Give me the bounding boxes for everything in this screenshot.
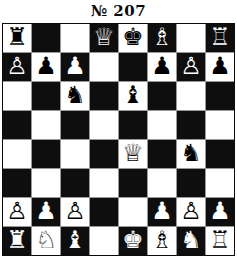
square-f2[interactable]: ♟ xyxy=(148,198,176,226)
square-h8[interactable]: ♖ xyxy=(206,24,234,52)
square-g8[interactable] xyxy=(177,24,205,52)
square-e1[interactable]: ♚ xyxy=(119,227,147,255)
square-f6[interactable] xyxy=(148,82,176,110)
square-c1[interactable]: ♝ xyxy=(61,227,89,255)
square-g7[interactable]: ♙ xyxy=(177,53,205,81)
black-rook-icon: ♜ xyxy=(6,25,28,49)
square-d7[interactable] xyxy=(90,53,118,81)
white-knight-icon: ♘ xyxy=(35,228,57,252)
black-rook-icon: ♖ xyxy=(209,25,231,49)
white-rook-icon: ♜ xyxy=(6,228,28,252)
square-a2[interactable]: ♙ xyxy=(3,198,31,226)
square-h3[interactable] xyxy=(206,169,234,197)
square-c4[interactable] xyxy=(61,140,89,168)
square-g1[interactable]: ♞ xyxy=(177,227,205,255)
white-pawn-icon: ♟ xyxy=(209,199,231,223)
square-c3[interactable] xyxy=(61,169,89,197)
square-d6[interactable] xyxy=(90,82,118,110)
black-king-icon: ♚ xyxy=(122,25,144,49)
square-b5[interactable] xyxy=(32,111,60,139)
square-f1[interactable]: ♗ xyxy=(148,227,176,255)
square-e2[interactable] xyxy=(119,198,147,226)
square-g5[interactable] xyxy=(177,111,205,139)
square-h6[interactable] xyxy=(206,82,234,110)
square-f7[interactable]: ♟ xyxy=(148,53,176,81)
square-d4[interactable] xyxy=(90,140,118,168)
square-c5[interactable] xyxy=(61,111,89,139)
black-pawn-icon: ♙ xyxy=(6,54,28,78)
black-pawn-icon: ♙ xyxy=(180,54,202,78)
square-a7[interactable]: ♙ xyxy=(3,53,31,81)
square-f3[interactable] xyxy=(148,169,176,197)
square-b4[interactable] xyxy=(32,140,60,168)
square-h4[interactable] xyxy=(206,140,234,168)
square-e4[interactable]: ♕ xyxy=(119,140,147,168)
black-bishop-icon: ♝ xyxy=(122,83,144,107)
black-pawn-icon: ♟ xyxy=(35,54,57,78)
square-g3[interactable] xyxy=(177,169,205,197)
diagram-title: № 207 xyxy=(0,0,237,22)
square-g4[interactable]: ♞ xyxy=(177,140,205,168)
square-d8[interactable]: ♕ xyxy=(90,24,118,52)
white-pawn-icon: ♟ xyxy=(64,54,86,78)
square-h7[interactable]: ♟ xyxy=(206,53,234,81)
black-queen-icon: ♕ xyxy=(93,25,115,49)
square-f5[interactable] xyxy=(148,111,176,139)
square-a1[interactable]: ♜ xyxy=(3,227,31,255)
square-b8[interactable] xyxy=(32,24,60,52)
square-b6[interactable] xyxy=(32,82,60,110)
square-c8[interactable] xyxy=(61,24,89,52)
white-pawn-icon: ♙ xyxy=(6,199,28,223)
square-d5[interactable] xyxy=(90,111,118,139)
square-c7[interactable]: ♟ xyxy=(61,53,89,81)
square-b1[interactable]: ♘ xyxy=(32,227,60,255)
white-pawn-icon: ♟ xyxy=(35,199,57,223)
square-e6[interactable]: ♝ xyxy=(119,82,147,110)
black-knight-icon: ♞ xyxy=(180,141,202,165)
square-g2[interactable]: ♙ xyxy=(177,198,205,226)
black-pawn-icon: ♟ xyxy=(151,54,173,78)
square-c6[interactable]: ♞ xyxy=(61,82,89,110)
square-e7[interactable] xyxy=(119,53,147,81)
white-rook-icon: ♖ xyxy=(209,228,231,252)
square-e5[interactable] xyxy=(119,111,147,139)
black-knight-icon: ♞ xyxy=(64,83,86,107)
white-pawn-icon: ♟ xyxy=(151,199,173,223)
white-knight-icon: ♞ xyxy=(180,228,202,252)
chess-board: ♜♕♚♗♖♙♟♟♟♙♟♞♝♕♞♙♟♙♟♙♟♜♘♝♚♗♞♖ xyxy=(2,23,235,256)
square-f4[interactable] xyxy=(148,140,176,168)
black-bishop-icon: ♗ xyxy=(151,25,173,49)
square-b3[interactable] xyxy=(32,169,60,197)
black-pawn-icon: ♟ xyxy=(209,54,231,78)
square-a4[interactable] xyxy=(3,140,31,168)
square-h5[interactable] xyxy=(206,111,234,139)
square-a8[interactable]: ♜ xyxy=(3,24,31,52)
square-d1[interactable] xyxy=(90,227,118,255)
square-h2[interactable]: ♟ xyxy=(206,198,234,226)
white-king-icon: ♚ xyxy=(122,228,144,252)
square-a6[interactable] xyxy=(3,82,31,110)
white-bishop-icon: ♗ xyxy=(151,228,173,252)
white-pawn-icon: ♙ xyxy=(180,199,202,223)
square-a5[interactable] xyxy=(3,111,31,139)
white-queen-icon: ♕ xyxy=(122,141,144,165)
square-c2[interactable]: ♙ xyxy=(61,198,89,226)
square-a3[interactable] xyxy=(3,169,31,197)
square-b7[interactable]: ♟ xyxy=(32,53,60,81)
square-d3[interactable] xyxy=(90,169,118,197)
square-g6[interactable] xyxy=(177,82,205,110)
square-e3[interactable] xyxy=(119,169,147,197)
white-bishop-icon: ♝ xyxy=(64,228,86,252)
square-f8[interactable]: ♗ xyxy=(148,24,176,52)
white-pawn-icon: ♙ xyxy=(64,199,86,223)
square-d2[interactable] xyxy=(90,198,118,226)
square-h1[interactable]: ♖ xyxy=(206,227,234,255)
square-e8[interactable]: ♚ xyxy=(119,24,147,52)
square-b2[interactable]: ♟ xyxy=(32,198,60,226)
